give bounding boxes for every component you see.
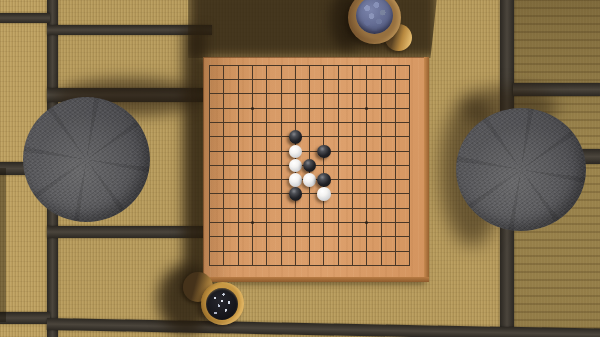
star-point bbox=[365, 107, 368, 110]
stone-layer bbox=[203, 57, 429, 282]
cushion-left[interactable] bbox=[23, 97, 150, 222]
cushion-right[interactable] bbox=[456, 108, 586, 231]
bottom-bowl-black-stones bbox=[206, 288, 238, 320]
black-stone-I9[interactable] bbox=[317, 145, 331, 159]
tatami-seam-top-far-left bbox=[0, 13, 50, 23]
black-stone-G6[interactable] bbox=[289, 187, 303, 201]
white-stone-H7[interactable] bbox=[303, 173, 317, 187]
star-point bbox=[365, 221, 368, 224]
star-point bbox=[251, 221, 254, 224]
white-stone-G9[interactable] bbox=[289, 145, 303, 159]
white-stone-G8[interactable] bbox=[289, 159, 303, 173]
black-stone-H8[interactable] bbox=[303, 159, 317, 173]
go-board[interactable] bbox=[203, 57, 429, 282]
tatami-edge-shadow bbox=[0, 168, 6, 322]
tatami-seam-bottom-far-left bbox=[0, 312, 50, 324]
black-stone-G10[interactable] bbox=[289, 130, 303, 144]
star-point bbox=[251, 107, 254, 110]
scene-go-room bbox=[0, 0, 600, 337]
white-stone-G7[interactable] bbox=[289, 173, 303, 187]
black-stone-I7[interactable] bbox=[317, 173, 331, 187]
white-stone-I6[interactable] bbox=[317, 187, 331, 201]
